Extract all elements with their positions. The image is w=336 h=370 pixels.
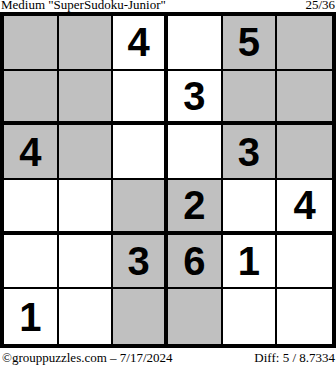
- cell-r3c1[interactable]: 4: [4, 125, 59, 180]
- given-digit: 2: [183, 185, 205, 225]
- given-digit: 5: [238, 22, 260, 62]
- cell-r1c2[interactable]: [59, 16, 114, 71]
- cell-r2c6[interactable]: [277, 71, 332, 126]
- cell-r4c4[interactable]: 2: [168, 180, 223, 235]
- given-digit: 4: [128, 22, 150, 62]
- cell-r5c1[interactable]: [4, 235, 59, 290]
- cell-r6c4[interactable]: [168, 289, 223, 344]
- given-digit: 4: [19, 132, 41, 172]
- cell-r4c6[interactable]: 4: [277, 180, 332, 235]
- sudoku-grid: 45343243611: [0, 12, 336, 348]
- cell-r2c3[interactable]: [113, 71, 168, 126]
- cell-r3c4[interactable]: [168, 125, 223, 180]
- cell-r2c4[interactable]: 3: [168, 71, 223, 126]
- cell-r5c6[interactable]: [277, 235, 332, 290]
- puzzle-header: Medium "SuperSudoku-Junior" 25/36: [0, 0, 336, 11]
- given-digit: 4: [294, 185, 316, 225]
- cell-r2c2[interactable]: [59, 71, 114, 126]
- cell-r6c3[interactable]: [113, 289, 168, 344]
- given-digit: 6: [183, 241, 205, 281]
- given-digit: 3: [183, 76, 205, 116]
- puzzle-footer: ©grouppuzzles.com – 7/17/2024 Diff: 5 / …: [0, 351, 336, 366]
- difficulty-text: Diff: 5 / 8.7334: [254, 351, 335, 365]
- cell-r1c1[interactable]: [4, 16, 59, 71]
- cell-r1c4[interactable]: [168, 16, 223, 71]
- cell-r1c3[interactable]: 4: [113, 16, 168, 71]
- given-digit: 3: [128, 241, 150, 281]
- copyright-text: ©grouppuzzles.com – 7/17/2024: [2, 351, 173, 365]
- cell-r6c5[interactable]: [223, 289, 278, 344]
- cells-remaining-counter: 25/36: [305, 0, 335, 11]
- cell-r6c2[interactable]: [59, 289, 114, 344]
- cell-r3c5[interactable]: 3: [223, 125, 278, 180]
- cell-r6c1[interactable]: 1: [4, 289, 59, 344]
- cell-r5c3[interactable]: 3: [113, 235, 168, 290]
- puzzle-title: Medium "SuperSudoku-Junior": [1, 0, 166, 11]
- cell-r1c6[interactable]: [277, 16, 332, 71]
- cell-r5c2[interactable]: [59, 235, 114, 290]
- cell-r2c1[interactable]: [4, 71, 59, 126]
- cell-r5c4[interactable]: 6: [168, 235, 223, 290]
- cell-r4c3[interactable]: [113, 180, 168, 235]
- cell-r3c3[interactable]: [113, 125, 168, 180]
- cell-r6c6[interactable]: [277, 289, 332, 344]
- cell-r2c5[interactable]: [223, 71, 278, 126]
- cell-r3c2[interactable]: [59, 125, 114, 180]
- cell-r4c5[interactable]: [223, 180, 278, 235]
- cell-r1c5[interactable]: 5: [223, 16, 278, 71]
- given-digit: 1: [19, 297, 41, 337]
- cell-r4c2[interactable]: [59, 180, 114, 235]
- given-digit: 3: [238, 132, 260, 172]
- cell-r3c6[interactable]: [277, 125, 332, 180]
- cell-r4c1[interactable]: [4, 180, 59, 235]
- cell-r5c5[interactable]: 1: [223, 235, 278, 290]
- given-digit: 1: [238, 241, 260, 281]
